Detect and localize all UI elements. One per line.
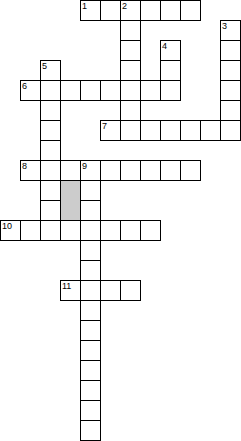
cell-r5-c6[interactable] <box>120 100 141 121</box>
cell-r4-c3[interactable] <box>60 80 81 101</box>
cell-r11-c6[interactable] <box>120 220 141 241</box>
cell-r2-c11[interactable] <box>220 40 241 61</box>
cell-r11-c3[interactable] <box>60 220 81 241</box>
cell-r0-c8[interactable] <box>160 0 181 21</box>
cell-r6-c2[interactable] <box>40 120 61 141</box>
cell-r4-c2[interactable] <box>40 80 61 101</box>
cell-r3-c6[interactable] <box>120 60 141 81</box>
cell-r9-c4[interactable] <box>80 180 101 201</box>
cell-r14-c6[interactable] <box>120 280 141 301</box>
cell-r4-c1[interactable] <box>20 80 41 101</box>
shaded-cell-r10-c3 <box>60 200 81 221</box>
cell-r3-c8[interactable] <box>160 60 181 81</box>
cell-r0-c5[interactable] <box>100 0 121 21</box>
cell-r6-c9[interactable] <box>180 120 201 141</box>
cell-r8-c8[interactable] <box>160 160 181 181</box>
cell-r4-c5[interactable] <box>100 80 121 101</box>
cell-r14-c3[interactable] <box>60 280 81 301</box>
cell-r0-c6[interactable] <box>120 0 141 21</box>
cell-r6-c8[interactable] <box>160 120 181 141</box>
cell-r3-c2[interactable] <box>40 60 61 81</box>
cell-r8-c9[interactable] <box>180 160 201 181</box>
cell-r5-c2[interactable] <box>40 100 61 121</box>
cell-r21-c4[interactable] <box>80 420 101 441</box>
cell-r10-c4[interactable] <box>80 200 101 221</box>
cell-r8-c2[interactable] <box>40 160 61 181</box>
cell-r14-c4[interactable] <box>80 280 101 301</box>
cell-r4-c7[interactable] <box>140 80 161 101</box>
cell-r4-c4[interactable] <box>80 80 101 101</box>
cell-r4-c8[interactable] <box>160 80 181 101</box>
cell-r19-c4[interactable] <box>80 380 101 401</box>
cell-r9-c2[interactable] <box>40 180 61 201</box>
cell-r15-c4[interactable] <box>80 300 101 321</box>
cell-r17-c4[interactable] <box>80 340 101 361</box>
cell-r11-c1[interactable] <box>20 220 41 241</box>
shaded-cell-r9-c3 <box>60 180 81 201</box>
cell-r6-c5[interactable] <box>100 120 121 141</box>
cell-r5-c11[interactable] <box>220 100 241 121</box>
cell-r1-c11[interactable] <box>220 20 241 41</box>
cell-r10-c2[interactable] <box>40 200 61 221</box>
cell-r6-c6[interactable] <box>120 120 141 141</box>
cell-r8-c3[interactable] <box>60 160 81 181</box>
cell-r4-c11[interactable] <box>220 80 241 101</box>
cell-r8-c6[interactable] <box>120 160 141 181</box>
cell-r13-c4[interactable] <box>80 260 101 281</box>
cell-r3-c11[interactable] <box>220 60 241 81</box>
cell-r8-c7[interactable] <box>140 160 161 181</box>
cell-r18-c4[interactable] <box>80 360 101 381</box>
crossword-grid: 1234567891011 <box>0 0 241 441</box>
crossword-page: 1234567891011 <box>0 0 241 441</box>
cell-r14-c5[interactable] <box>100 280 121 301</box>
cell-r0-c7[interactable] <box>140 0 161 21</box>
cell-r4-c6[interactable] <box>120 80 141 101</box>
cell-r2-c8[interactable] <box>160 40 181 61</box>
cell-r11-c5[interactable] <box>100 220 121 241</box>
cell-r6-c10[interactable] <box>200 120 221 141</box>
cell-r20-c4[interactable] <box>80 400 101 421</box>
cell-r11-c2[interactable] <box>40 220 61 241</box>
cell-r11-c7[interactable] <box>140 220 161 241</box>
cell-r0-c9[interactable] <box>180 0 201 21</box>
cell-r12-c4[interactable] <box>80 240 101 261</box>
cell-r8-c1[interactable] <box>20 160 41 181</box>
cell-r16-c4[interactable] <box>80 320 101 341</box>
cell-r0-c4[interactable] <box>80 0 101 21</box>
cell-r6-c7[interactable] <box>140 120 161 141</box>
cell-r1-c6[interactable] <box>120 20 141 41</box>
cell-r11-c0[interactable] <box>0 220 21 241</box>
cell-r7-c2[interactable] <box>40 140 61 161</box>
cell-r6-c11[interactable] <box>220 120 241 141</box>
cell-r2-c6[interactable] <box>120 40 141 61</box>
cell-r11-c4[interactable] <box>80 220 101 241</box>
cell-r8-c4[interactable] <box>80 160 101 181</box>
cell-r8-c5[interactable] <box>100 160 121 181</box>
